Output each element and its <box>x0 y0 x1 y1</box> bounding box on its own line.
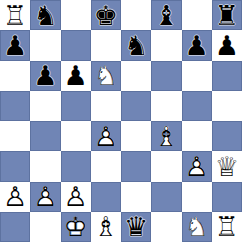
white-rook-a8: ♜♖ <box>3 2 27 29</box>
square-d2[interactable] <box>91 182 121 212</box>
square-d3[interactable] <box>91 151 121 181</box>
square-e8[interactable] <box>121 0 151 30</box>
square-e7[interactable]: ♞ <box>121 30 151 60</box>
square-e5[interactable] <box>121 91 151 121</box>
square-f3[interactable] <box>151 151 181 181</box>
black-pawn-a7: ♟ <box>3 32 27 59</box>
square-b1[interactable] <box>30 212 60 242</box>
black-bishop-f8: ♝ <box>154 2 178 29</box>
square-e4[interactable] <box>121 121 151 151</box>
white-pawn-g3: ♟♙ <box>185 153 209 180</box>
square-a6[interactable] <box>0 61 30 91</box>
square-a2[interactable]: ♟♙ <box>0 182 30 212</box>
square-f6[interactable] <box>151 61 181 91</box>
square-b7[interactable] <box>30 30 60 60</box>
white-king-c1: ♚♔ <box>64 213 88 240</box>
square-b2[interactable]: ♟♙ <box>30 182 60 212</box>
square-e1[interactable]: ♛ <box>121 212 151 242</box>
square-a5[interactable] <box>0 91 30 121</box>
black-king-d8: ♚ <box>94 2 118 29</box>
black-pawn-c6: ♟ <box>64 62 88 89</box>
white-bishop-f4: ♝♗ <box>154 123 178 150</box>
square-h4[interactable] <box>212 121 242 151</box>
square-f4[interactable]: ♝♗ <box>151 121 181 151</box>
square-e3[interactable] <box>121 151 151 181</box>
square-g7[interactable]: ♟ <box>182 30 212 60</box>
square-h8[interactable]: ♜ <box>212 0 242 30</box>
square-d5[interactable] <box>91 91 121 121</box>
square-g5[interactable] <box>182 91 212 121</box>
white-rook-h1: ♜♖ <box>215 213 239 240</box>
black-queen-e1: ♛ <box>124 213 148 240</box>
square-h6[interactable] <box>212 61 242 91</box>
square-c5[interactable] <box>61 91 91 121</box>
square-b3[interactable] <box>30 151 60 181</box>
square-h3[interactable]: ♛♕ <box>212 151 242 181</box>
square-a1[interactable] <box>0 212 30 242</box>
square-b8[interactable]: ♞ <box>30 0 60 30</box>
white-knight-g1: ♞♘ <box>185 213 209 240</box>
chess-board: ♜♖♞♚♝♜♟♞♟♟♟♟♞♘♟♙♝♗♟♙♛♕♟♙♟♙♟♙♚♔♝♗♛♞♘♜♖ <box>0 0 242 242</box>
square-h2[interactable] <box>212 182 242 212</box>
square-c7[interactable] <box>61 30 91 60</box>
white-pawn-b2: ♟♙ <box>33 183 57 210</box>
square-g4[interactable] <box>182 121 212 151</box>
square-c6[interactable]: ♟ <box>61 61 91 91</box>
white-bishop-d1: ♝♗ <box>94 213 118 240</box>
square-g1[interactable]: ♞♘ <box>182 212 212 242</box>
square-e6[interactable] <box>121 61 151 91</box>
square-d6[interactable]: ♞♘ <box>91 61 121 91</box>
square-f1[interactable] <box>151 212 181 242</box>
white-knight-d6: ♞♘ <box>94 62 118 89</box>
square-g8[interactable] <box>182 0 212 30</box>
black-rook-h8: ♜ <box>215 2 239 29</box>
square-h7[interactable]: ♟ <box>212 30 242 60</box>
black-pawn-h7: ♟ <box>215 32 239 59</box>
square-g3[interactable]: ♟♙ <box>182 151 212 181</box>
black-knight-b8: ♞ <box>33 2 57 29</box>
square-e2[interactable] <box>121 182 151 212</box>
square-d1[interactable]: ♝♗ <box>91 212 121 242</box>
square-f7[interactable] <box>151 30 181 60</box>
square-g2[interactable] <box>182 182 212 212</box>
white-pawn-d4: ♟♙ <box>94 123 118 150</box>
square-c8[interactable] <box>61 0 91 30</box>
square-b5[interactable] <box>30 91 60 121</box>
square-a7[interactable]: ♟ <box>0 30 30 60</box>
square-c1[interactable]: ♚♔ <box>61 212 91 242</box>
square-a4[interactable] <box>0 121 30 151</box>
square-a3[interactable] <box>0 151 30 181</box>
square-c4[interactable] <box>61 121 91 151</box>
black-pawn-b6: ♟ <box>33 62 57 89</box>
square-c3[interactable] <box>61 151 91 181</box>
square-a8[interactable]: ♜♖ <box>0 0 30 30</box>
square-f2[interactable] <box>151 182 181 212</box>
black-knight-e7: ♞ <box>124 32 148 59</box>
white-pawn-c2: ♟♙ <box>64 183 88 210</box>
square-g6[interactable] <box>182 61 212 91</box>
square-f8[interactable]: ♝ <box>151 0 181 30</box>
square-c2[interactable]: ♟♙ <box>61 182 91 212</box>
square-d4[interactable]: ♟♙ <box>91 121 121 151</box>
square-d7[interactable] <box>91 30 121 60</box>
square-b4[interactable] <box>30 121 60 151</box>
white-pawn-a2: ♟♙ <box>3 183 27 210</box>
square-h5[interactable] <box>212 91 242 121</box>
square-b6[interactable]: ♟ <box>30 61 60 91</box>
black-pawn-g7: ♟ <box>185 32 209 59</box>
square-d8[interactable]: ♚ <box>91 0 121 30</box>
square-f5[interactable] <box>151 91 181 121</box>
square-h1[interactable]: ♜♖ <box>212 212 242 242</box>
white-queen-h3: ♛♕ <box>215 153 239 180</box>
